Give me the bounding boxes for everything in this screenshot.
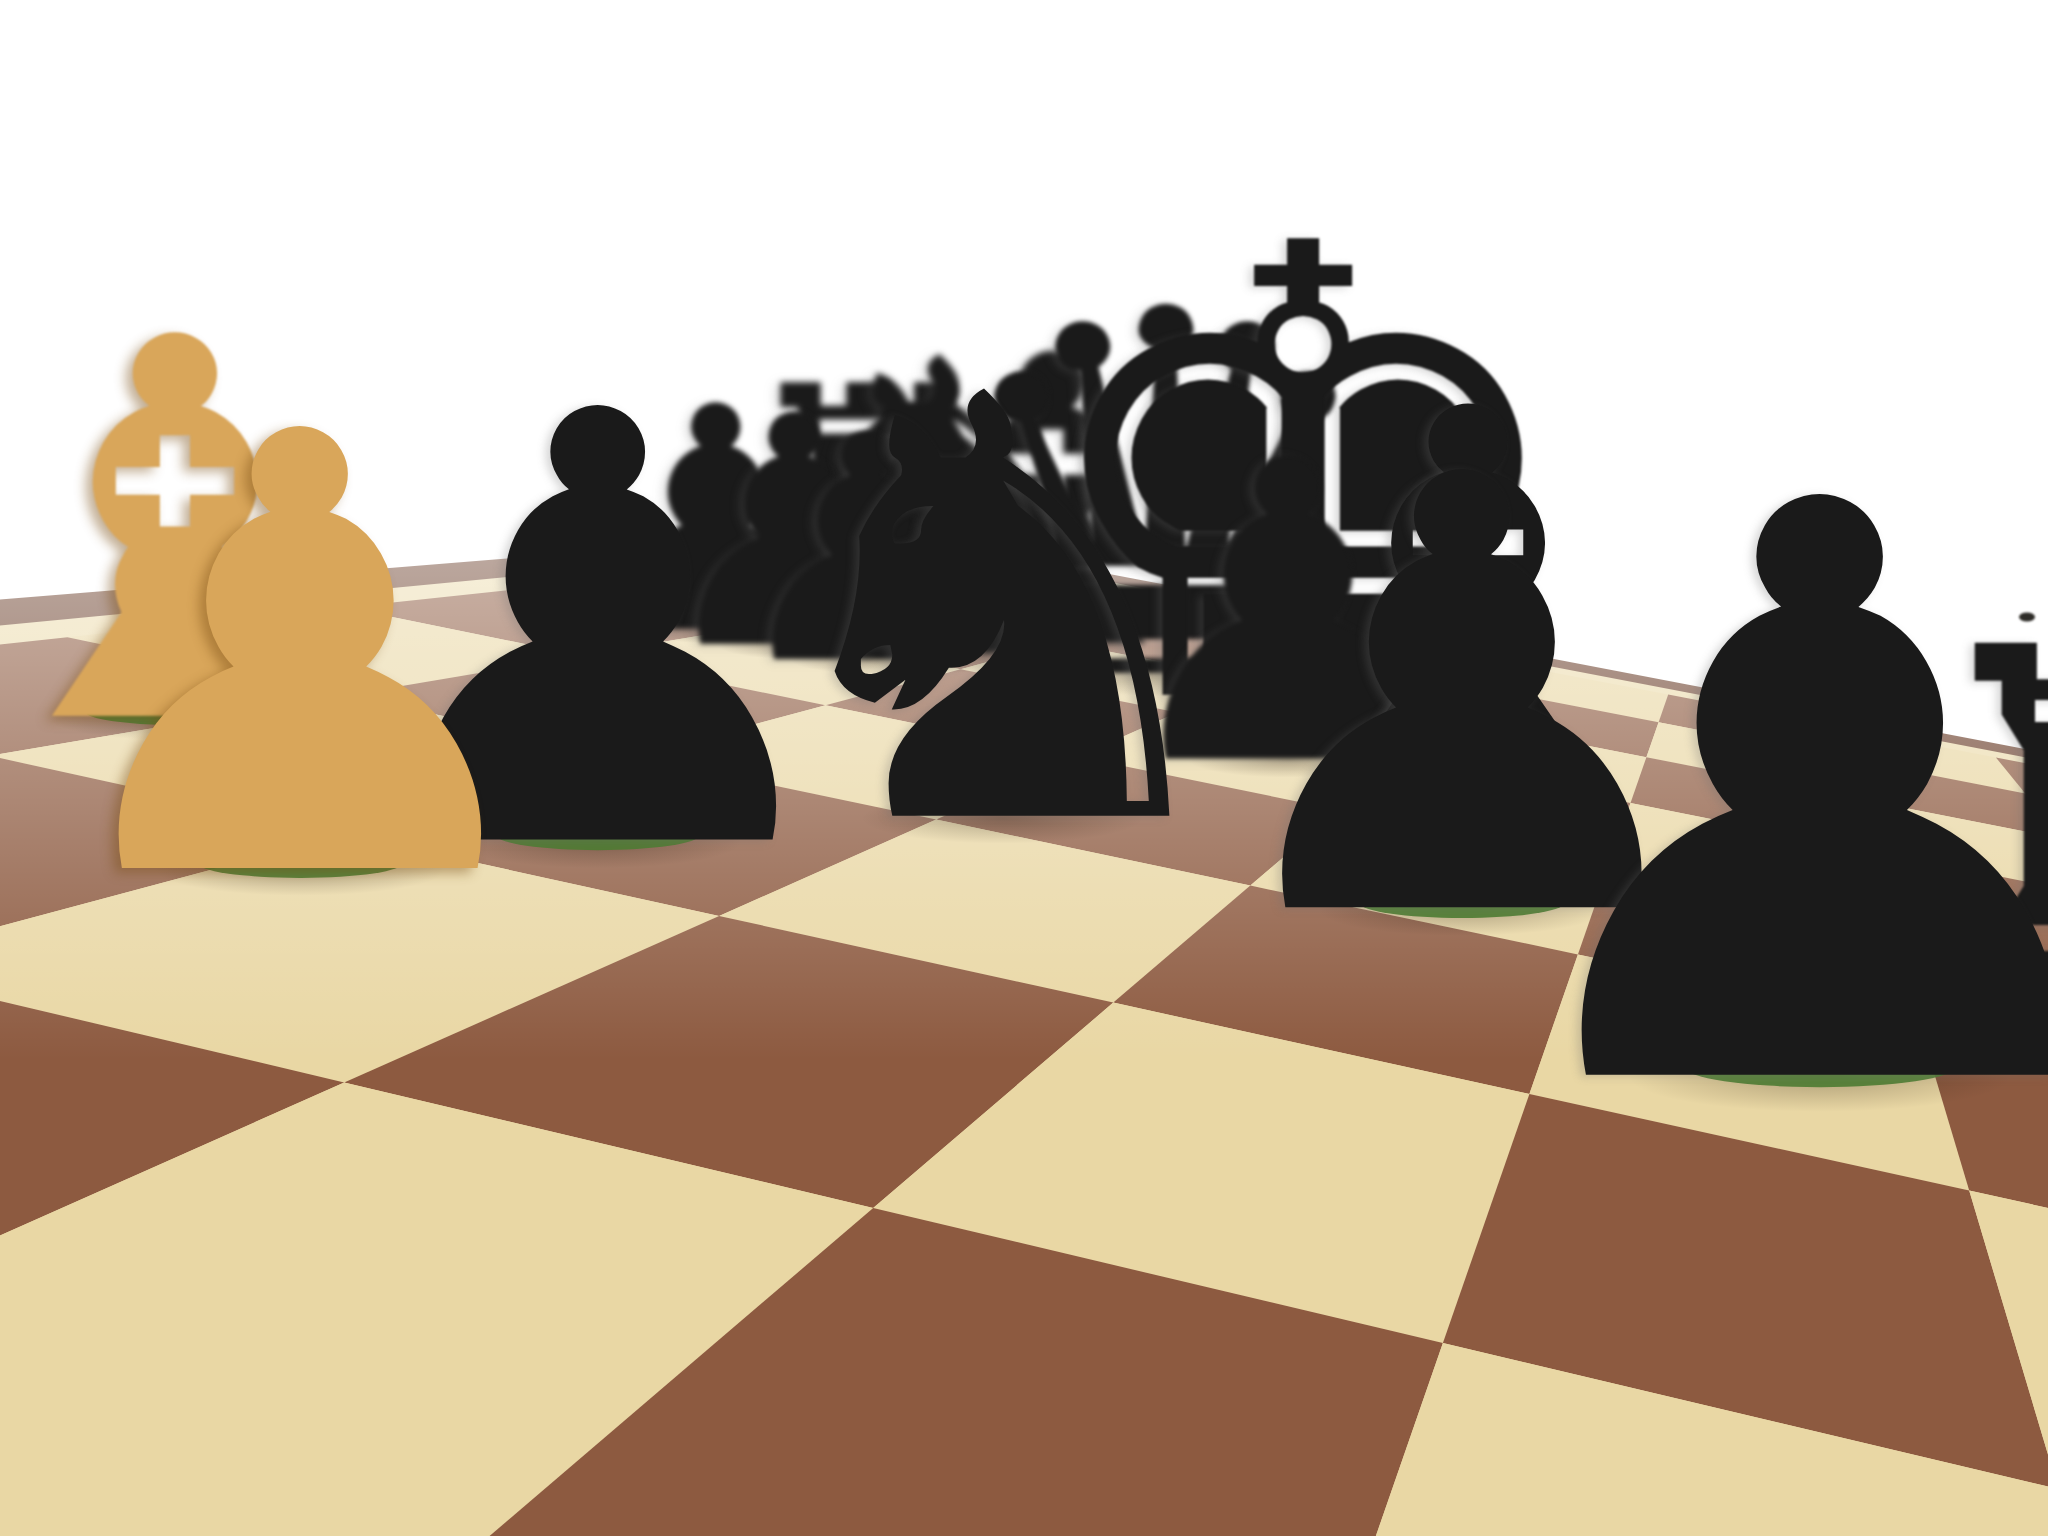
chess-set-photo: ♜♟♟♝♞♟♛♚♝♟♝♞♟♟♟♜♟ <box>0 0 2048 1536</box>
white-pawn-b5[interactable]: ♟ <box>29 356 571 961</box>
black-pawn-h7[interactable]: ♟ <box>1464 401 2048 1196</box>
